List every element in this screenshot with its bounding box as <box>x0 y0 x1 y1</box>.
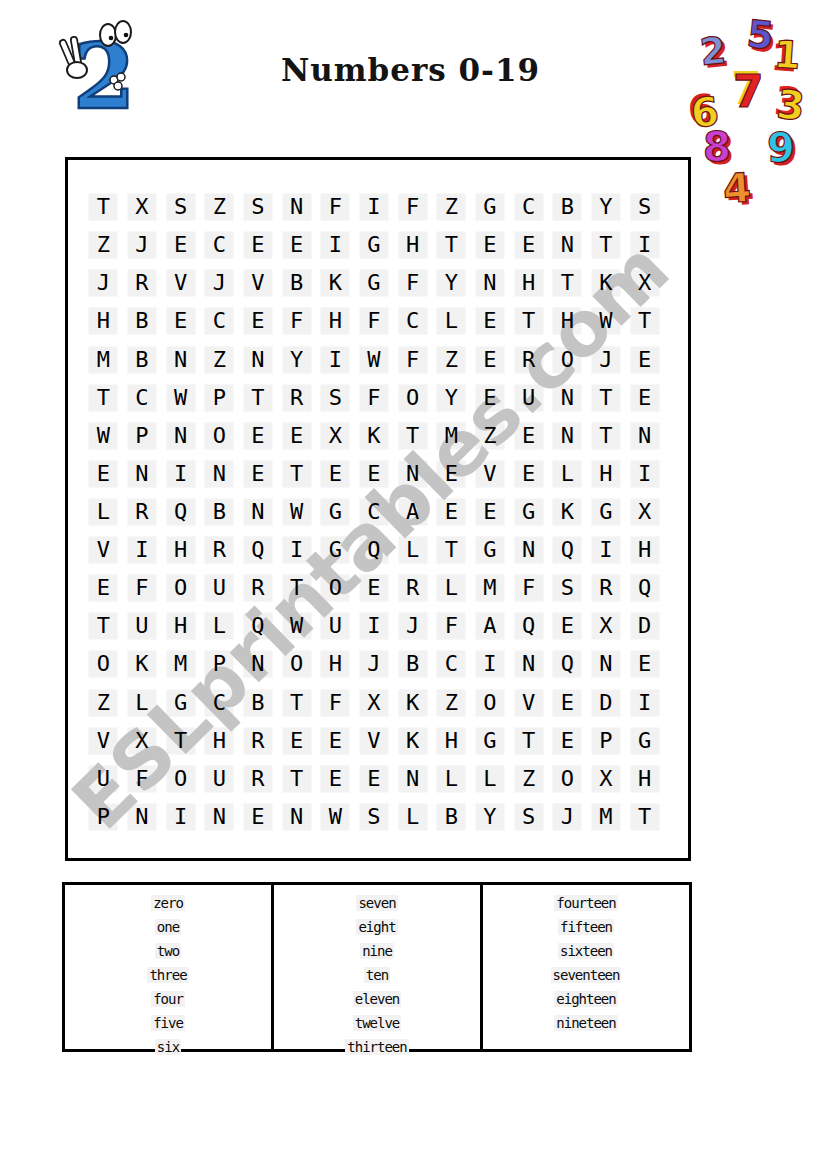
grid-cell[interactable]: T <box>277 760 316 798</box>
grid-cell[interactable]: B <box>277 264 316 302</box>
grid-cell[interactable]: N <box>548 417 587 455</box>
grid-cell[interactable]: L <box>84 493 123 531</box>
grid-cell[interactable]: G <box>471 531 510 569</box>
grid-cell[interactable]: N <box>161 417 200 455</box>
grid-cell[interactable]: X <box>355 684 394 722</box>
grid-cell[interactable]: B <box>548 188 587 226</box>
grid-cell[interactable]: M <box>471 569 510 607</box>
grid-cell[interactable]: W <box>84 417 123 455</box>
word-list-item: two <box>65 939 271 963</box>
page-title: Numbers 0-19 <box>0 52 821 88</box>
grid-cell[interactable]: P <box>200 379 239 417</box>
grid-cell[interactable]: E <box>84 455 123 493</box>
decorative-number-6: 6 <box>689 91 720 133</box>
grid-cell[interactable]: N <box>200 798 239 836</box>
grid-cell[interactable]: J <box>355 645 394 683</box>
grid-cell[interactable]: E <box>239 417 278 455</box>
grid-cell[interactable]: B <box>123 302 162 340</box>
grid-cell[interactable]: V <box>84 531 123 569</box>
grid-cell[interactable]: W <box>161 379 200 417</box>
grid-cell[interactable]: S <box>161 188 200 226</box>
grid-cell[interactable]: G <box>509 493 548 531</box>
grid-cell[interactable]: Z <box>200 188 239 226</box>
grid-cell[interactable]: T <box>587 379 626 417</box>
grid-cell[interactable]: R <box>200 531 239 569</box>
grid-cell[interactable]: M <box>84 340 123 378</box>
grid-cell[interactable]: X <box>123 188 162 226</box>
word-list-box: zeroonetwothreefourfivesix seveneightnin… <box>62 882 692 1052</box>
grid-cell[interactable]: Z <box>432 684 471 722</box>
grid-cell[interactable]: N <box>123 455 162 493</box>
grid-cell[interactable]: O <box>84 645 123 683</box>
grid-cell[interactable]: G <box>471 722 510 760</box>
grid-cell[interactable]: B <box>432 798 471 836</box>
grid-cell[interactable]: T <box>509 722 548 760</box>
grid-cell[interactable]: J <box>84 264 123 302</box>
grid-cell[interactable]: I <box>316 226 355 264</box>
grid-cell[interactable]: Z <box>509 760 548 798</box>
grid-cell[interactable]: I <box>123 531 162 569</box>
grid-cell[interactable]: E <box>548 607 587 645</box>
grid-cell[interactable]: G <box>587 493 626 531</box>
grid-cell[interactable]: Q <box>625 569 664 607</box>
grid-cell[interactable]: I <box>161 455 200 493</box>
grid-cell[interactable]: Z <box>84 226 123 264</box>
grid-cell[interactable]: E <box>316 722 355 760</box>
grid-cell[interactable]: Z <box>200 340 239 378</box>
grid-cell[interactable]: T <box>432 226 471 264</box>
word-list-column: fourteenfifteensixteenseventeeneighteenn… <box>480 885 689 1049</box>
grid-cell[interactable]: X <box>587 607 626 645</box>
grid-cell[interactable]: Z <box>84 684 123 722</box>
word-list-column: zeroonetwothreefourfivesix <box>65 885 271 1049</box>
grid-cell[interactable]: N <box>277 798 316 836</box>
grid-cell[interactable]: E <box>316 455 355 493</box>
grid-cell[interactable]: D <box>587 684 626 722</box>
grid-cell[interactable]: F <box>509 569 548 607</box>
grid-cell[interactable]: Y <box>587 188 626 226</box>
grid-cell[interactable]: U <box>200 569 239 607</box>
grid-cell[interactable]: O <box>548 760 587 798</box>
grid-cell[interactable]: N <box>587 645 626 683</box>
word-list-item: seven <box>274 891 480 915</box>
grid-cell[interactable]: V <box>355 722 394 760</box>
grid-cell[interactable]: H <box>161 531 200 569</box>
word-list-column: seveneightnineteneleventwelvethirteen <box>271 885 480 1049</box>
grid-cell[interactable]: T <box>432 531 471 569</box>
grid-cell[interactable]: E <box>471 493 510 531</box>
grid-cell[interactable]: B <box>123 340 162 378</box>
grid-cell[interactable]: P <box>587 722 626 760</box>
grid-cell[interactable]: L <box>432 569 471 607</box>
grid-cell[interactable]: Y <box>471 798 510 836</box>
grid-cell[interactable]: S <box>509 798 548 836</box>
grid-cell[interactable]: N <box>239 493 278 531</box>
grid-cell[interactable]: S <box>355 798 394 836</box>
grid-cell[interactable]: H <box>432 722 471 760</box>
grid-cell[interactable]: R <box>587 569 626 607</box>
grid-cell[interactable]: S <box>316 379 355 417</box>
word-list-item: eleven <box>274 987 480 1011</box>
grid-cell[interactable]: K <box>316 264 355 302</box>
grid-cell[interactable]: I <box>355 607 394 645</box>
grid-cell[interactable]: N <box>277 188 316 226</box>
grid-cell[interactable]: Y <box>277 340 316 378</box>
grid-cell[interactable]: O <box>471 684 510 722</box>
grid-cell[interactable]: Q <box>239 531 278 569</box>
grid-cell[interactable]: I <box>161 798 200 836</box>
grid-cell[interactable]: Q <box>161 493 200 531</box>
grid-cell[interactable]: V <box>161 264 200 302</box>
grid-cell[interactable]: T <box>587 417 626 455</box>
grid-cell[interactable]: B <box>200 493 239 531</box>
grid-cell[interactable]: Z <box>432 340 471 378</box>
grid-cell[interactable]: F <box>393 340 432 378</box>
grid-cell[interactable]: H <box>161 607 200 645</box>
grid-cell[interactable]: T <box>84 379 123 417</box>
word-list-item: five <box>65 1011 271 1035</box>
grid-cell[interactable]: I <box>587 531 626 569</box>
grid-cell[interactable]: N <box>625 417 664 455</box>
word-list-item: sixteen <box>483 939 689 963</box>
grid-cell[interactable]: X <box>625 493 664 531</box>
grid-cell[interactable]: R <box>239 760 278 798</box>
grid-cell[interactable]: E <box>355 760 394 798</box>
grid-cell[interactable]: L <box>432 302 471 340</box>
grid-cell[interactable]: I <box>471 645 510 683</box>
grid-cell[interactable]: K <box>548 493 587 531</box>
grid-cell[interactable]: F <box>277 302 316 340</box>
word-list-item: fifteen <box>483 915 689 939</box>
grid-cell[interactable]: E <box>277 226 316 264</box>
grid-cell[interactable]: E <box>625 379 664 417</box>
grid-cell[interactable]: C <box>200 302 239 340</box>
grid-cell[interactable]: H <box>625 760 664 798</box>
grid-cell[interactable]: O <box>200 417 239 455</box>
grid-cell[interactable]: H <box>84 302 123 340</box>
grid-cell[interactable]: L <box>471 760 510 798</box>
word-list-item: twelve <box>274 1011 480 1035</box>
grid-cell[interactable]: E <box>471 226 510 264</box>
grid-cell[interactable]: P <box>123 417 162 455</box>
grid-cell[interactable]: C <box>432 645 471 683</box>
grid-cell[interactable]: I <box>625 684 664 722</box>
grid-cell[interactable]: E <box>277 417 316 455</box>
grid-cell[interactable]: F <box>432 607 471 645</box>
grid-cell[interactable]: X <box>316 417 355 455</box>
grid-cell[interactable]: C <box>509 188 548 226</box>
grid-cell[interactable]: I <box>625 455 664 493</box>
grid-cell[interactable]: S <box>625 188 664 226</box>
grid-cell[interactable]: E <box>239 302 278 340</box>
decorative-number-5: 5 <box>745 15 775 56</box>
grid-cell[interactable]: J <box>548 798 587 836</box>
grid-cell[interactable]: J <box>123 226 162 264</box>
grid-cell[interactable]: N <box>509 531 548 569</box>
grid-cell[interactable]: N <box>161 340 200 378</box>
grid-cell[interactable]: E <box>625 340 664 378</box>
grid-cell[interactable]: G <box>355 226 394 264</box>
word-list-item: six <box>65 1035 271 1059</box>
grid-cell[interactable]: N <box>471 264 510 302</box>
word-list-item: four <box>65 987 271 1011</box>
grid-cell[interactable]: N <box>200 455 239 493</box>
grid-cell[interactable]: E <box>239 455 278 493</box>
decorative-number-3: 3 <box>775 84 807 127</box>
grid-cell[interactable]: G <box>471 188 510 226</box>
grid-cell[interactable]: L <box>432 760 471 798</box>
grid-cell[interactable]: R <box>393 569 432 607</box>
grid-cell[interactable]: H <box>509 264 548 302</box>
grid-cell[interactable]: J <box>200 264 239 302</box>
grid-cell[interactable]: L <box>393 798 432 836</box>
grid-cell[interactable]: I <box>355 188 394 226</box>
word-list-item: nineteen <box>483 1011 689 1035</box>
grid-cell[interactable]: K <box>355 417 394 455</box>
grid-cell[interactable]: H <box>316 645 355 683</box>
word-list-item: fourteen <box>483 891 689 915</box>
grid-cell[interactable]: Q <box>548 645 587 683</box>
grid-cell[interactable]: F <box>355 379 394 417</box>
grid-cell[interactable]: C <box>200 226 239 264</box>
grid-cell[interactable]: F <box>355 302 394 340</box>
grid-cell[interactable]: W <box>316 798 355 836</box>
grid-cell[interactable]: E <box>316 760 355 798</box>
grid-cell[interactable]: R <box>239 722 278 760</box>
grid-cell[interactable]: F <box>123 569 162 607</box>
worksheet-page: 2 Numbers 0-19 251763894 TXSZSNFIFZGCBYS… <box>0 0 821 1169</box>
grid-cell[interactable]: Z <box>432 188 471 226</box>
word-list-item: one <box>65 915 271 939</box>
grid-cell[interactable]: E <box>239 798 278 836</box>
grid-cell[interactable]: E <box>84 569 123 607</box>
grid-cell[interactable]: T <box>84 607 123 645</box>
word-list-item: ten <box>274 963 480 987</box>
grid-cell[interactable]: S <box>239 188 278 226</box>
grid-cell[interactable]: C <box>393 302 432 340</box>
grid-cell[interactable]: D <box>625 607 664 645</box>
grid-cell[interactable]: E <box>548 684 587 722</box>
grid-cell[interactable]: M <box>587 798 626 836</box>
grid-cell[interactable]: N <box>393 760 432 798</box>
grid-cell[interactable]: E <box>509 455 548 493</box>
grid-cell[interactable]: E <box>161 302 200 340</box>
grid-cell[interactable]: N <box>548 226 587 264</box>
grid-cell[interactable]: K <box>393 684 432 722</box>
grid-cell[interactable]: T <box>277 684 316 722</box>
grid-cell[interactable]: H <box>587 455 626 493</box>
word-list-item: thirteen <box>274 1035 480 1059</box>
grid-cell[interactable]: O <box>393 379 432 417</box>
grid-cell[interactable]: G <box>625 722 664 760</box>
grid-cell[interactable]: U <box>123 607 162 645</box>
grid-cell[interactable]: T <box>239 379 278 417</box>
grid-cell[interactable]: V <box>509 684 548 722</box>
grid-cell[interactable]: I <box>316 340 355 378</box>
grid-cell[interactable]: S <box>548 569 587 607</box>
word-list-item: seventeen <box>483 963 689 987</box>
grid-cell[interactable]: B <box>393 645 432 683</box>
grid-cell[interactable]: E <box>239 226 278 264</box>
decorative-number-9: 9 <box>767 128 795 168</box>
grid-cell[interactable]: C <box>123 379 162 417</box>
word-list-item: three <box>65 963 271 987</box>
grid-cell[interactable]: X <box>587 760 626 798</box>
grid-cell[interactable]: R <box>123 493 162 531</box>
grid-cell[interactable]: E <box>471 302 510 340</box>
word-list-item: eight <box>274 915 480 939</box>
grid-cell[interactable]: E <box>277 722 316 760</box>
grid-cell[interactable]: H <box>625 531 664 569</box>
word-list-item: zero <box>65 891 271 915</box>
grid-cell[interactable]: H <box>393 226 432 264</box>
grid-cell[interactable]: Q <box>548 531 587 569</box>
grid-cell[interactable]: L <box>548 455 587 493</box>
decorative-number-8: 8 <box>703 127 731 167</box>
grid-cell[interactable]: T <box>625 798 664 836</box>
word-list-item: eighteen <box>483 987 689 1011</box>
grid-cell[interactable]: E <box>548 722 587 760</box>
grid-cell[interactable]: N <box>239 340 278 378</box>
grid-cell[interactable]: F <box>316 684 355 722</box>
word-list-item: nine <box>274 939 480 963</box>
grid-cell[interactable]: W <box>277 493 316 531</box>
grid-cell[interactable]: N <box>509 645 548 683</box>
grid-cell[interactable]: V <box>239 264 278 302</box>
grid-cell[interactable]: F <box>393 188 432 226</box>
grid-cell[interactable]: A <box>471 607 510 645</box>
grid-cell[interactable]: T <box>84 188 123 226</box>
grid-cell[interactable]: U <box>200 760 239 798</box>
grid-cell[interactable]: Y <box>432 264 471 302</box>
grid-cell[interactable]: H <box>316 302 355 340</box>
grid-cell[interactable]: F <box>316 188 355 226</box>
grid-cell[interactable]: F <box>393 264 432 302</box>
grid-cell[interactable]: E <box>161 226 200 264</box>
grid-cell[interactable]: O <box>161 569 200 607</box>
grid-cell[interactable]: T <box>277 455 316 493</box>
grid-cell[interactable]: K <box>393 722 432 760</box>
grid-cell[interactable]: Q <box>509 607 548 645</box>
grid-cell[interactable]: E <box>509 226 548 264</box>
grid-cell[interactable]: E <box>625 645 664 683</box>
decorative-number-4: 4 <box>722 167 753 209</box>
grid-cell[interactable]: W <box>355 340 394 378</box>
grid-cell[interactable]: K <box>123 645 162 683</box>
grid-cell[interactable]: R <box>277 379 316 417</box>
grid-cell[interactable]: R <box>123 264 162 302</box>
grid-cell[interactable]: G <box>355 264 394 302</box>
grid-cell[interactable]: J <box>393 607 432 645</box>
